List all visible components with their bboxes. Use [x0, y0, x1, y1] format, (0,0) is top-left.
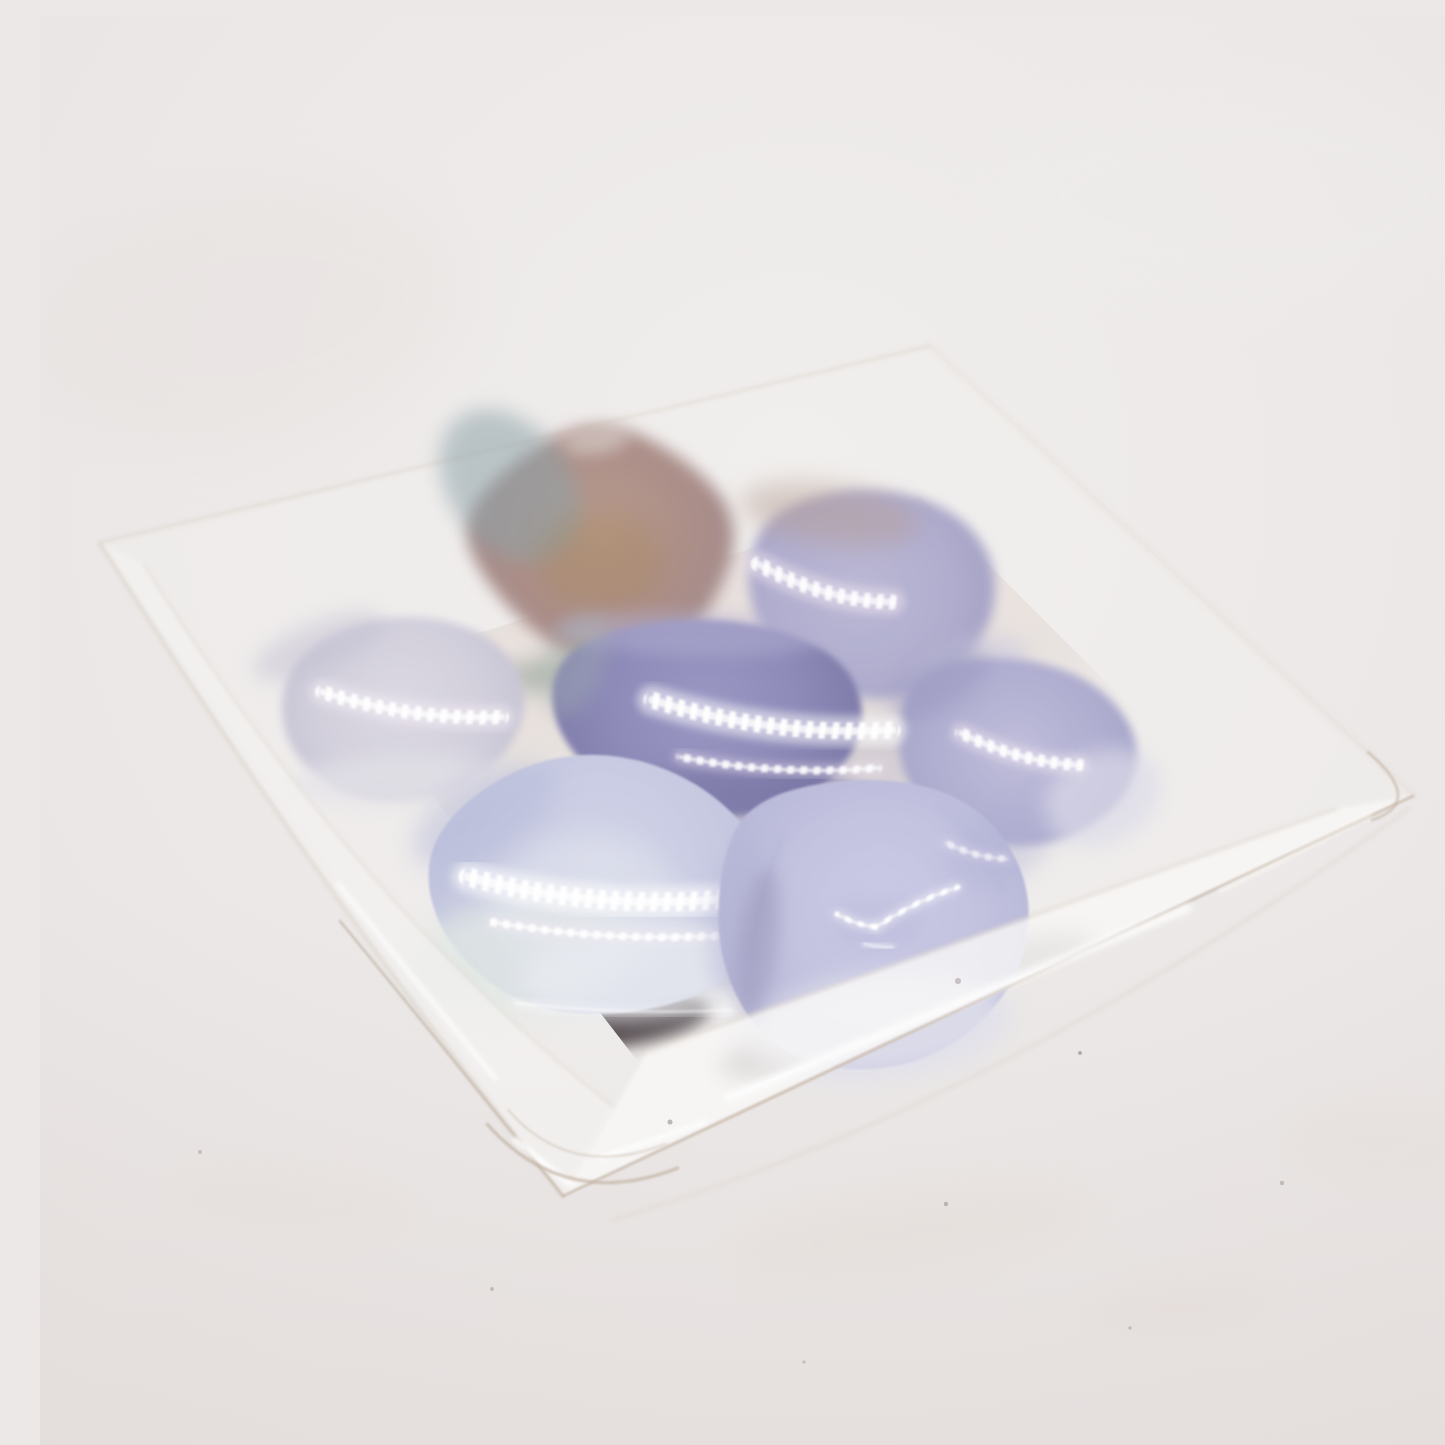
dust-speck	[1280, 1181, 1284, 1185]
stone-back-shading	[535, 513, 665, 609]
photo-of-stones-in-dish	[40, 16, 1445, 1445]
dust-speck	[1128, 1326, 1132, 1330]
dust-speck	[668, 1120, 673, 1125]
dust-speck	[198, 1150, 202, 1154]
scene-canvas	[40, 16, 1445, 1445]
dust-speck	[944, 1202, 948, 1206]
dust-speck	[802, 1360, 806, 1364]
dust-speck	[955, 978, 961, 984]
dust-speck	[1078, 1051, 1082, 1055]
dust-speck	[490, 1287, 494, 1291]
